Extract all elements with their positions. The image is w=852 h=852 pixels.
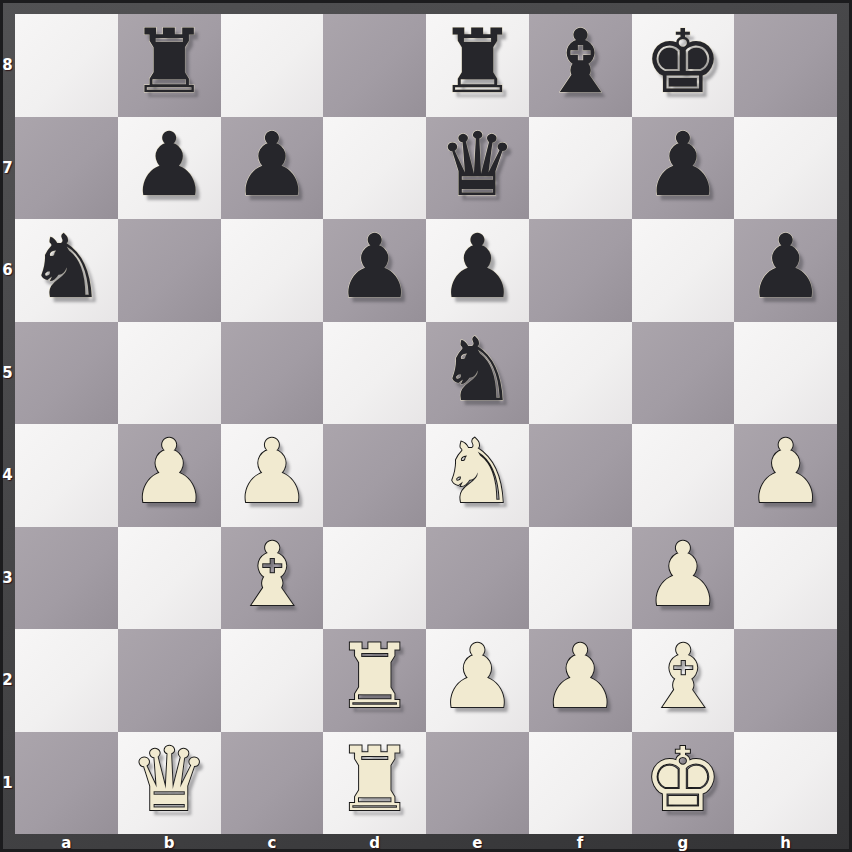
square-c7[interactable]: ♟ — [221, 117, 324, 220]
square-h4[interactable]: ♟ — [734, 424, 837, 527]
piece-black-rook[interactable]: ♜ — [438, 18, 517, 106]
square-e8[interactable]: ♜ — [426, 14, 529, 117]
square-h6[interactable]: ♟ — [734, 219, 837, 322]
square-c1[interactable] — [221, 732, 324, 835]
file-label-f: f — [529, 834, 632, 852]
square-g1[interactable]: ♚ — [632, 732, 735, 835]
square-b7[interactable]: ♟ — [118, 117, 221, 220]
piece-black-bishop[interactable]: ♝ — [541, 18, 620, 106]
rank-label-6: 6 — [0, 219, 15, 322]
piece-black-knight[interactable]: ♞ — [438, 326, 517, 414]
piece-white-bishop[interactable]: ♝ — [232, 531, 311, 619]
chess-board: ♜♜♝♚♟♟♛♟♞♟♟♟♞♟♟♞♟♝♟♜♟♟♝♛♜♚ — [15, 14, 837, 834]
square-g5[interactable] — [632, 322, 735, 425]
piece-black-knight[interactable]: ♞ — [27, 223, 106, 311]
square-h1[interactable] — [734, 732, 837, 835]
square-h8[interactable] — [734, 14, 837, 117]
piece-white-rook[interactable]: ♜ — [335, 736, 414, 824]
piece-white-pawn[interactable]: ♟ — [643, 531, 722, 619]
piece-black-king[interactable]: ♚ — [643, 18, 722, 106]
square-g6[interactable] — [632, 219, 735, 322]
square-h3[interactable] — [734, 527, 837, 630]
square-d7[interactable] — [323, 117, 426, 220]
square-a7[interactable] — [15, 117, 118, 220]
square-h2[interactable] — [734, 629, 837, 732]
square-b4[interactable]: ♟ — [118, 424, 221, 527]
square-b5[interactable] — [118, 322, 221, 425]
square-d6[interactable]: ♟ — [323, 219, 426, 322]
piece-white-pawn[interactable]: ♟ — [438, 633, 517, 721]
square-g7[interactable]: ♟ — [632, 117, 735, 220]
square-f5[interactable] — [529, 322, 632, 425]
square-c4[interactable]: ♟ — [221, 424, 324, 527]
piece-white-bishop[interactable]: ♝ — [643, 633, 722, 721]
square-c2[interactable] — [221, 629, 324, 732]
square-g8[interactable]: ♚ — [632, 14, 735, 117]
square-a3[interactable] — [15, 527, 118, 630]
piece-white-rook[interactable]: ♜ — [335, 633, 414, 721]
file-label-e: e — [426, 834, 529, 852]
piece-black-pawn[interactable]: ♟ — [130, 121, 209, 209]
square-e4[interactable]: ♞ — [426, 424, 529, 527]
square-b3[interactable] — [118, 527, 221, 630]
square-d3[interactable] — [323, 527, 426, 630]
square-e1[interactable] — [426, 732, 529, 835]
square-a4[interactable] — [15, 424, 118, 527]
square-h7[interactable] — [734, 117, 837, 220]
square-e2[interactable]: ♟ — [426, 629, 529, 732]
rank-label-5: 5 — [0, 322, 15, 425]
square-f6[interactable] — [529, 219, 632, 322]
square-a6[interactable]: ♞ — [15, 219, 118, 322]
square-f3[interactable] — [529, 527, 632, 630]
square-h5[interactable] — [734, 322, 837, 425]
square-a2[interactable] — [15, 629, 118, 732]
square-e6[interactable]: ♟ — [426, 219, 529, 322]
rank-label-4: 4 — [0, 424, 15, 527]
square-f2[interactable]: ♟ — [529, 629, 632, 732]
square-d2[interactable]: ♜ — [323, 629, 426, 732]
chess-board-frame: 87654321 abcdefgh ♜♜♝♚♟♟♛♟♞♟♟♟♞♟♟♞♟♝♟♜♟♟… — [0, 0, 852, 852]
square-c3[interactable]: ♝ — [221, 527, 324, 630]
square-g4[interactable] — [632, 424, 735, 527]
rank-label-1: 1 — [0, 732, 15, 835]
square-d4[interactable] — [323, 424, 426, 527]
square-a8[interactable] — [15, 14, 118, 117]
file-label-c: c — [221, 834, 324, 852]
file-label-d: d — [323, 834, 426, 852]
square-f1[interactable] — [529, 732, 632, 835]
piece-black-queen[interactable]: ♛ — [438, 121, 517, 209]
file-labels: abcdefgh — [15, 834, 837, 852]
square-d5[interactable] — [323, 322, 426, 425]
piece-black-pawn[interactable]: ♟ — [335, 223, 414, 311]
piece-black-pawn[interactable]: ♟ — [746, 223, 825, 311]
square-b1[interactable]: ♛ — [118, 732, 221, 835]
square-c8[interactable] — [221, 14, 324, 117]
file-label-a: a — [15, 834, 118, 852]
piece-white-pawn[interactable]: ♟ — [541, 633, 620, 721]
square-d1[interactable]: ♜ — [323, 732, 426, 835]
piece-black-pawn[interactable]: ♟ — [438, 223, 517, 311]
piece-white-pawn[interactable]: ♟ — [232, 428, 311, 516]
rank-labels: 87654321 — [0, 14, 15, 834]
file-label-h: h — [734, 834, 837, 852]
piece-black-pawn[interactable]: ♟ — [232, 121, 311, 209]
rank-label-7: 7 — [0, 117, 15, 220]
piece-white-king[interactable]: ♚ — [643, 736, 722, 824]
file-label-b: b — [118, 834, 221, 852]
piece-black-pawn[interactable]: ♟ — [643, 121, 722, 209]
square-e3[interactable] — [426, 527, 529, 630]
square-d8[interactable] — [323, 14, 426, 117]
rank-label-8: 8 — [0, 14, 15, 117]
rank-label-2: 2 — [0, 629, 15, 732]
square-a5[interactable] — [15, 322, 118, 425]
piece-white-pawn[interactable]: ♟ — [746, 428, 825, 516]
file-label-g: g — [632, 834, 735, 852]
square-e5[interactable]: ♞ — [426, 322, 529, 425]
square-f4[interactable] — [529, 424, 632, 527]
square-b6[interactable] — [118, 219, 221, 322]
square-c5[interactable] — [221, 322, 324, 425]
piece-white-queen[interactable]: ♛ — [130, 736, 209, 824]
square-c6[interactable] — [221, 219, 324, 322]
square-a1[interactable] — [15, 732, 118, 835]
square-f8[interactable]: ♝ — [529, 14, 632, 117]
rank-label-3: 3 — [0, 527, 15, 630]
piece-white-knight[interactable]: ♞ — [438, 428, 517, 516]
square-f7[interactable] — [529, 117, 632, 220]
piece-black-rook[interactable]: ♜ — [130, 18, 209, 106]
square-e7[interactable]: ♛ — [426, 117, 529, 220]
square-g2[interactable]: ♝ — [632, 629, 735, 732]
square-b8[interactable]: ♜ — [118, 14, 221, 117]
piece-white-pawn[interactable]: ♟ — [130, 428, 209, 516]
square-g3[interactable]: ♟ — [632, 527, 735, 630]
square-b2[interactable] — [118, 629, 221, 732]
